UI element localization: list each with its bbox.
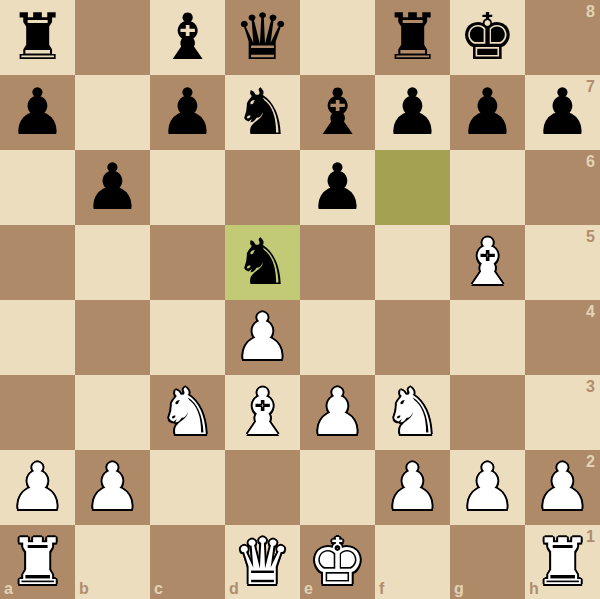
square-d4[interactable]: ♟ [225,300,300,375]
square-h8[interactable]: 8 [525,0,600,75]
square-e1[interactable]: ♚e [300,525,375,599]
piece-white-pawn[interactable]: ♟ [309,375,366,450]
square-a6[interactable] [0,150,75,225]
square-e3[interactable]: ♟ [300,375,375,450]
piece-white-knight[interactable]: ♞ [159,375,216,450]
square-g2[interactable]: ♟ [450,450,525,525]
square-d7[interactable]: ♞ [225,75,300,150]
chess-board-container: ♜♝♛♜♚8♟♟♞♝♟♟♟7♟♟6♞♝5♟4♞♝♟♞3♟♟♟♟♟2♜abc♛d♚… [0,0,600,599]
square-a8[interactable]: ♜ [0,0,75,75]
square-c6[interactable] [150,150,225,225]
rank-label-3: 3 [586,379,595,395]
file-label-c: c [154,581,163,597]
square-f6[interactable] [375,150,450,225]
square-c5[interactable] [150,225,225,300]
piece-white-pawn[interactable]: ♟ [534,450,591,525]
piece-white-rook[interactable]: ♜ [534,525,591,599]
piece-black-pawn[interactable]: ♟ [309,150,366,225]
piece-black-bishop[interactable]: ♝ [309,75,366,150]
square-b8[interactable] [75,0,150,75]
piece-black-knight[interactable]: ♞ [234,75,291,150]
square-b4[interactable] [75,300,150,375]
square-d8[interactable]: ♛ [225,0,300,75]
piece-black-bishop[interactable]: ♝ [159,0,216,75]
square-a4[interactable] [0,300,75,375]
piece-black-pawn[interactable]: ♟ [534,75,591,150]
piece-black-pawn[interactable]: ♟ [384,75,441,150]
piece-white-pawn[interactable]: ♟ [459,450,516,525]
square-a3[interactable] [0,375,75,450]
square-f2[interactable]: ♟ [375,450,450,525]
square-a2[interactable]: ♟ [0,450,75,525]
square-b3[interactable] [75,375,150,450]
square-b1[interactable]: b [75,525,150,599]
file-label-b: b [79,581,89,597]
piece-white-pawn[interactable]: ♟ [234,300,291,375]
square-a5[interactable] [0,225,75,300]
square-h4[interactable]: 4 [525,300,600,375]
file-label-f: f [379,581,384,597]
square-c4[interactable] [150,300,225,375]
square-c1[interactable]: c [150,525,225,599]
square-h3[interactable]: 3 [525,375,600,450]
square-f7[interactable]: ♟ [375,75,450,150]
rank-label-5: 5 [586,229,595,245]
square-f8[interactable]: ♜ [375,0,450,75]
square-g8[interactable]: ♚ [450,0,525,75]
square-g6[interactable] [450,150,525,225]
chess-board: ♜♝♛♜♚8♟♟♞♝♟♟♟7♟♟6♞♝5♟4♞♝♟♞3♟♟♟♟♟2♜abc♛d♚… [0,0,600,599]
square-e7[interactable]: ♝ [300,75,375,150]
square-c3[interactable]: ♞ [150,375,225,450]
square-b7[interactable] [75,75,150,150]
square-c7[interactable]: ♟ [150,75,225,150]
square-h1[interactable]: ♜h1 [525,525,600,599]
square-h6[interactable]: 6 [525,150,600,225]
piece-black-knight[interactable]: ♞ [234,225,291,300]
square-h5[interactable]: 5 [525,225,600,300]
square-e5[interactable] [300,225,375,300]
square-g5[interactable]: ♝ [450,225,525,300]
rank-label-4: 4 [586,304,595,320]
piece-black-rook[interactable]: ♜ [9,0,66,75]
square-h2[interactable]: ♟2 [525,450,600,525]
piece-black-queen[interactable]: ♛ [234,0,291,75]
rank-label-6: 6 [586,154,595,170]
piece-white-queen[interactable]: ♛ [234,525,291,599]
square-e8[interactable] [300,0,375,75]
square-b6[interactable]: ♟ [75,150,150,225]
piece-black-king[interactable]: ♚ [459,0,516,75]
piece-white-knight[interactable]: ♞ [384,375,441,450]
square-g7[interactable]: ♟ [450,75,525,150]
square-e6[interactable]: ♟ [300,150,375,225]
square-c8[interactable]: ♝ [150,0,225,75]
square-d6[interactable] [225,150,300,225]
piece-white-pawn[interactable]: ♟ [384,450,441,525]
square-d3[interactable]: ♝ [225,375,300,450]
rank-label-8: 8 [586,4,595,20]
piece-white-bishop[interactable]: ♝ [234,375,291,450]
square-b5[interactable] [75,225,150,300]
square-g3[interactable] [450,375,525,450]
square-d1[interactable]: ♛d [225,525,300,599]
square-g4[interactable] [450,300,525,375]
piece-black-pawn[interactable]: ♟ [9,75,66,150]
piece-black-rook[interactable]: ♜ [384,0,441,75]
square-f3[interactable]: ♞ [375,375,450,450]
square-d5[interactable]: ♞ [225,225,300,300]
piece-white-pawn[interactable]: ♟ [9,450,66,525]
square-b2[interactable]: ♟ [75,450,150,525]
square-a1[interactable]: ♜a [0,525,75,599]
square-e2[interactable] [300,450,375,525]
square-f5[interactable] [375,225,450,300]
square-e4[interactable] [300,300,375,375]
square-a7[interactable]: ♟ [0,75,75,150]
square-g1[interactable]: g [450,525,525,599]
square-f4[interactable] [375,300,450,375]
piece-white-king[interactable]: ♚ [309,525,366,599]
piece-black-pawn[interactable]: ♟ [159,75,216,150]
square-d2[interactable] [225,450,300,525]
square-f1[interactable]: f [375,525,450,599]
square-h7[interactable]: ♟7 [525,75,600,150]
piece-white-rook[interactable]: ♜ [9,525,66,599]
piece-black-pawn[interactable]: ♟ [84,150,141,225]
piece-white-pawn[interactable]: ♟ [84,450,141,525]
piece-black-pawn[interactable]: ♟ [459,75,516,150]
square-c2[interactable] [150,450,225,525]
piece-white-bishop[interactable]: ♝ [459,225,516,300]
file-label-g: g [454,581,464,597]
